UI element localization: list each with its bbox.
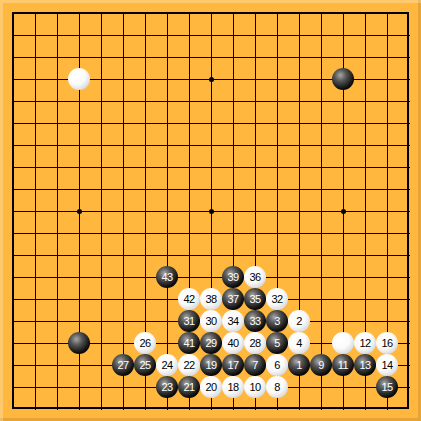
stone-white-4[interactable]: 4: [288, 332, 310, 354]
stone-number: 10: [249, 382, 260, 393]
stone-number: 26: [139, 338, 150, 349]
stone-black-7[interactable]: 7: [244, 354, 266, 376]
stone-number: 8: [274, 382, 280, 393]
stone-black-23[interactable]: 23: [156, 376, 178, 398]
stone-white-28[interactable]: 28: [244, 332, 266, 354]
stone-white-12[interactable]: 12: [354, 332, 376, 354]
stone-white-24[interactable]: 24: [156, 354, 178, 376]
stone-black-35[interactable]: 35: [244, 288, 266, 310]
stone-number: 9: [318, 360, 324, 371]
stone-number: 21: [183, 382, 194, 393]
stone-number: 24: [161, 360, 172, 371]
stone-black-13[interactable]: 13: [354, 354, 376, 376]
star-point: [341, 209, 346, 214]
stone-number: 42: [183, 294, 194, 305]
stone-number: 43: [161, 272, 172, 283]
grid-line-horizontal: [13, 277, 410, 278]
stone-number: 1: [296, 360, 302, 371]
stone-white-26[interactable]: 26: [134, 332, 156, 354]
grid-line-vertical: [321, 13, 322, 410]
stone-white-2[interactable]: 2: [288, 310, 310, 332]
stone-number: 38: [205, 294, 216, 305]
stone-white-32[interactable]: 32: [266, 288, 288, 310]
stone-black-17[interactable]: 17: [222, 354, 244, 376]
stone-number: 13: [359, 360, 370, 371]
stone-black-37[interactable]: 37: [222, 288, 244, 310]
stone-black-27[interactable]: 27: [112, 354, 134, 376]
stone-number: 37: [227, 294, 238, 305]
stone-black-31[interactable]: 31: [178, 310, 200, 332]
stone-number: 35: [249, 294, 260, 305]
stone-number: 25: [139, 360, 150, 371]
stone-white-6[interactable]: 6: [266, 354, 288, 376]
stone-black-d4[interactable]: [68, 332, 90, 354]
stone-number: 7: [252, 360, 258, 371]
stone-black-11[interactable]: 11: [332, 354, 354, 376]
stone-number: 40: [227, 338, 238, 349]
stone-white-8[interactable]: 8: [266, 376, 288, 398]
stone-number: 12: [359, 338, 370, 349]
stone-number: 3: [274, 316, 280, 327]
stone-number: 16: [381, 338, 392, 349]
stone-number: 11: [338, 360, 348, 371]
stone-number: 15: [381, 382, 392, 393]
stone-number: 19: [205, 360, 216, 371]
stone-number: 17: [227, 360, 238, 371]
stone-number: 5: [274, 338, 280, 349]
stone-number: 28: [249, 338, 260, 349]
stone-number: 36: [249, 272, 260, 283]
stone-number: 23: [161, 382, 172, 393]
stone-black-q16[interactable]: [332, 68, 354, 90]
stone-black-5[interactable]: 5: [266, 332, 288, 354]
stone-black-9[interactable]: 9: [310, 354, 332, 376]
stone-white-34[interactable]: 34: [222, 310, 244, 332]
star-point: [77, 209, 82, 214]
stone-number: 41: [183, 338, 194, 349]
stone-black-1[interactable]: 1: [288, 354, 310, 376]
stone-black-19[interactable]: 19: [200, 354, 222, 376]
stone-black-33[interactable]: 33: [244, 310, 266, 332]
stone-white-38[interactable]: 38: [200, 288, 222, 310]
stone-number: 32: [271, 294, 282, 305]
star-point: [209, 209, 214, 214]
stone-white-22[interactable]: 22: [178, 354, 200, 376]
stone-number: 4: [296, 338, 302, 349]
grid-line-horizontal: [13, 233, 410, 234]
star-point: [209, 77, 214, 82]
stone-white-q4[interactable]: [332, 332, 354, 354]
stone-number: 34: [227, 316, 238, 327]
stone-black-21[interactable]: 21: [178, 376, 200, 398]
stone-number: 18: [227, 382, 238, 393]
stone-white-36[interactable]: 36: [244, 266, 266, 288]
stone-number: 33: [249, 316, 260, 327]
stone-white-20[interactable]: 20: [200, 376, 222, 398]
stone-black-15[interactable]: 15: [376, 376, 398, 398]
stone-black-25[interactable]: 25: [134, 354, 156, 376]
stone-black-3[interactable]: 3: [266, 310, 288, 332]
grid-line-horizontal: [13, 255, 410, 256]
stone-number: 22: [183, 360, 194, 371]
stone-number: 39: [227, 272, 238, 283]
stone-white-40[interactable]: 40: [222, 332, 244, 354]
stone-white-30[interactable]: 30: [200, 310, 222, 332]
stone-black-43[interactable]: 43: [156, 266, 178, 288]
stone-white-d16[interactable]: [68, 68, 90, 90]
stone-number: 2: [296, 316, 302, 327]
stone-number: 20: [205, 382, 216, 393]
stone-number: 27: [117, 360, 128, 371]
stone-number: 30: [205, 316, 216, 327]
stone-black-29[interactable]: 29: [200, 332, 222, 354]
stone-number: 31: [183, 316, 194, 327]
stone-white-42[interactable]: 42: [178, 288, 200, 310]
stone-number: 6: [274, 360, 280, 371]
stone-number: 14: [381, 360, 392, 371]
stone-black-41[interactable]: 41: [178, 332, 200, 354]
go-board[interactable]: 1234567891011121314151617181920212223242…: [0, 0, 421, 421]
stone-white-14[interactable]: 14: [376, 354, 398, 376]
stone-white-10[interactable]: 10: [244, 376, 266, 398]
stone-white-18[interactable]: 18: [222, 376, 244, 398]
stone-white-16[interactable]: 16: [376, 332, 398, 354]
stone-number: 29: [205, 338, 216, 349]
stone-black-39[interactable]: 39: [222, 266, 244, 288]
